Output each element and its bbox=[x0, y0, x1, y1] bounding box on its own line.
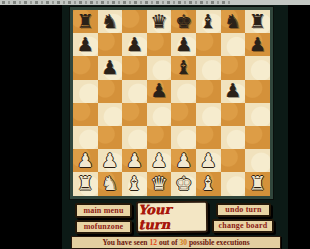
square-b4[interactable] bbox=[98, 103, 123, 126]
square-a4[interactable] bbox=[73, 103, 98, 126]
progress-prefix: You have seen bbox=[102, 238, 147, 247]
square-e5[interactable] bbox=[171, 80, 196, 103]
piece-black-knight[interactable]: ♞ bbox=[224, 11, 241, 31]
square-e3[interactable] bbox=[171, 126, 196, 149]
square-e1[interactable]: ♚ bbox=[171, 172, 196, 195]
piece-black-knight[interactable]: ♞ bbox=[101, 11, 118, 31]
square-a7[interactable]: ♟ bbox=[73, 33, 98, 56]
board-frame: ♜♞♛♚♝♞♜♟♟♟♟♟♝♟♟♟♟♟♟♟♟♜♞♝♛♚♝♜ bbox=[70, 7, 273, 199]
square-a3[interactable] bbox=[73, 126, 98, 149]
square-h1[interactable]: ♜ bbox=[245, 172, 270, 195]
square-c5[interactable] bbox=[122, 80, 147, 103]
square-b6[interactable]: ♟ bbox=[98, 56, 123, 79]
piece-black-pawn[interactable]: ♟ bbox=[151, 80, 168, 100]
square-d3[interactable] bbox=[147, 126, 172, 149]
piece-white-bishop[interactable]: ♝ bbox=[200, 173, 217, 193]
piece-black-rook[interactable]: ♜ bbox=[249, 11, 266, 31]
piece-black-bishop[interactable]: ♝ bbox=[175, 57, 192, 77]
piece-black-king[interactable]: ♚ bbox=[175, 11, 192, 31]
screen: ♜♞♛♚♝♞♜♟♟♟♟♟♝♟♟♟♟♟♟♟♟♜♞♝♛♚♝♜ main menu m… bbox=[0, 0, 310, 249]
undo-turn-button[interactable]: undo turn bbox=[216, 203, 271, 217]
square-f4[interactable] bbox=[196, 103, 221, 126]
piece-black-pawn[interactable]: ♟ bbox=[126, 34, 143, 54]
turn-indicator: Your turn bbox=[136, 201, 208, 234]
total-count: 30 bbox=[179, 238, 187, 247]
square-g6[interactable] bbox=[221, 56, 246, 79]
change-board-button[interactable]: change board bbox=[212, 219, 274, 233]
square-d8[interactable]: ♛ bbox=[147, 10, 172, 33]
square-h6[interactable] bbox=[245, 56, 270, 79]
square-c7[interactable]: ♟ bbox=[122, 33, 147, 56]
square-c3[interactable] bbox=[122, 126, 147, 149]
piece-black-queen[interactable]: ♛ bbox=[151, 11, 168, 31]
executions-status: You have seen12out of30possible executio… bbox=[71, 236, 281, 249]
mofunzone-button[interactable]: mofunzone bbox=[75, 220, 132, 234]
square-f8[interactable]: ♝ bbox=[196, 10, 221, 33]
piece-black-rook[interactable]: ♜ bbox=[77, 11, 94, 31]
square-a5[interactable] bbox=[73, 80, 98, 103]
square-d7[interactable] bbox=[147, 33, 172, 56]
piece-black-pawn[interactable]: ♟ bbox=[77, 34, 94, 54]
square-g1[interactable] bbox=[221, 172, 246, 195]
piece-white-bishop[interactable]: ♝ bbox=[126, 173, 143, 193]
main-menu-button[interactable]: main menu bbox=[75, 203, 132, 218]
square-e8[interactable]: ♚ bbox=[171, 10, 196, 33]
piece-black-bishop[interactable]: ♝ bbox=[200, 11, 217, 31]
piece-white-rook[interactable]: ♜ bbox=[77, 173, 94, 193]
square-a1[interactable]: ♜ bbox=[73, 172, 98, 195]
piece-white-rook[interactable]: ♜ bbox=[249, 173, 266, 193]
square-h8[interactable]: ♜ bbox=[245, 10, 270, 33]
piece-white-knight[interactable]: ♞ bbox=[101, 173, 118, 193]
square-b7[interactable] bbox=[98, 33, 123, 56]
square-b5[interactable] bbox=[98, 80, 123, 103]
square-f6[interactable] bbox=[196, 56, 221, 79]
progress-suffix: possible executions bbox=[189, 238, 250, 247]
square-c8[interactable] bbox=[122, 10, 147, 33]
piece-white-pawn[interactable]: ♟ bbox=[151, 150, 168, 170]
piece-white-pawn[interactable]: ♟ bbox=[126, 150, 143, 170]
square-f7[interactable] bbox=[196, 33, 221, 56]
square-h2[interactable] bbox=[245, 149, 270, 172]
square-d6[interactable] bbox=[147, 56, 172, 79]
piece-white-pawn[interactable]: ♟ bbox=[77, 150, 94, 170]
square-e2[interactable]: ♟ bbox=[171, 149, 196, 172]
square-b8[interactable]: ♞ bbox=[98, 10, 123, 33]
piece-black-pawn[interactable]: ♟ bbox=[249, 34, 266, 54]
piece-white-king[interactable]: ♚ bbox=[175, 173, 192, 193]
square-a2[interactable]: ♟ bbox=[73, 149, 98, 172]
square-h4[interactable] bbox=[245, 103, 270, 126]
square-c6[interactable] bbox=[122, 56, 147, 79]
square-g5[interactable]: ♟ bbox=[221, 80, 246, 103]
square-f5[interactable] bbox=[196, 80, 221, 103]
piece-black-pawn[interactable]: ♟ bbox=[175, 34, 192, 54]
square-b3[interactable] bbox=[98, 126, 123, 149]
square-g4[interactable] bbox=[221, 103, 246, 126]
square-d1[interactable]: ♛ bbox=[147, 172, 172, 195]
square-h3[interactable] bbox=[245, 126, 270, 149]
square-e6[interactable]: ♝ bbox=[171, 56, 196, 79]
square-e4[interactable] bbox=[171, 103, 196, 126]
square-d4[interactable] bbox=[147, 103, 172, 126]
square-g3[interactable] bbox=[221, 126, 246, 149]
square-h7[interactable]: ♟ bbox=[245, 33, 270, 56]
square-d5[interactable]: ♟ bbox=[147, 80, 172, 103]
square-f1[interactable]: ♝ bbox=[196, 172, 221, 195]
square-a8[interactable]: ♜ bbox=[73, 10, 98, 33]
square-b1[interactable]: ♞ bbox=[98, 172, 123, 195]
square-f2[interactable]: ♟ bbox=[196, 149, 221, 172]
square-a6[interactable] bbox=[73, 56, 98, 79]
square-d2[interactable]: ♟ bbox=[147, 149, 172, 172]
piece-white-pawn[interactable]: ♟ bbox=[175, 150, 192, 170]
square-c4[interactable] bbox=[122, 103, 147, 126]
board: ♜♞♛♚♝♞♜♟♟♟♟♟♝♟♟♟♟♟♟♟♟♜♞♝♛♚♝♜ bbox=[73, 10, 270, 196]
piece-white-pawn[interactable]: ♟ bbox=[101, 150, 118, 170]
piece-white-pawn[interactable]: ♟ bbox=[200, 150, 217, 170]
square-g7[interactable] bbox=[221, 33, 246, 56]
progress-middle: out of bbox=[159, 238, 178, 247]
square-g2[interactable] bbox=[221, 149, 246, 172]
chrome-text-remnant bbox=[2, 1, 230, 4]
piece-white-queen[interactable]: ♛ bbox=[151, 173, 168, 193]
square-c1[interactable]: ♝ bbox=[122, 172, 147, 195]
game-area: ♜♞♛♚♝♞♜♟♟♟♟♟♝♟♟♟♟♟♟♟♟♜♞♝♛♚♝♜ main menu m… bbox=[62, 5, 288, 249]
square-c2[interactable]: ♟ bbox=[122, 149, 147, 172]
seen-count: 12 bbox=[149, 238, 157, 247]
square-e7[interactable]: ♟ bbox=[171, 33, 196, 56]
square-h5[interactable] bbox=[245, 80, 270, 103]
square-f3[interactable] bbox=[196, 126, 221, 149]
piece-black-pawn[interactable]: ♟ bbox=[224, 80, 241, 100]
piece-black-pawn[interactable]: ♟ bbox=[101, 57, 118, 77]
square-g8[interactable]: ♞ bbox=[221, 10, 246, 33]
square-b2[interactable]: ♟ bbox=[98, 149, 123, 172]
